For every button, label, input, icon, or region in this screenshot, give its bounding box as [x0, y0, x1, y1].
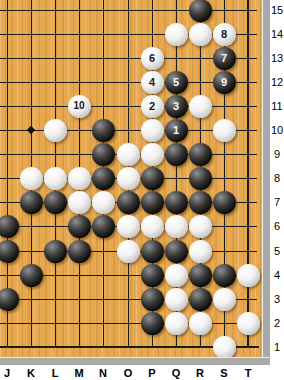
move-number-label: 9 [213, 71, 236, 94]
black-stone[interactable] [189, 143, 212, 166]
black-stone[interactable] [141, 240, 164, 263]
white-stone[interactable] [165, 264, 188, 287]
white-stone[interactable] [92, 191, 115, 214]
black-stone[interactable]: 5 [165, 71, 188, 94]
white-stone[interactable] [117, 240, 140, 263]
white-stone[interactable] [189, 240, 212, 263]
white-stone[interactable] [189, 312, 212, 335]
row-label: 3 [270, 291, 284, 307]
white-stone[interactable] [165, 312, 188, 335]
move-number-label: 8 [213, 23, 236, 46]
move-number-label: 5 [165, 71, 188, 94]
black-stone[interactable] [0, 288, 19, 311]
column-label: R [191, 366, 209, 380]
column-label: N [94, 366, 112, 380]
black-stone[interactable] [0, 215, 19, 238]
black-stone[interactable] [92, 119, 115, 142]
white-stone[interactable] [237, 264, 260, 287]
go-diagram-screen: 86745910231 151413121110987654321 JKLMNO… [0, 0, 284, 380]
column-coordinates: JKLMNOPQRST [0, 365, 284, 380]
black-stone[interactable] [92, 143, 115, 166]
move-number-label: 2 [141, 95, 164, 118]
grid-line-horizontal [0, 323, 257, 324]
row-label: 11 [270, 98, 284, 114]
grid-line-horizontal [0, 10, 257, 11]
black-stone[interactable] [44, 240, 67, 263]
black-stone[interactable]: 7 [213, 47, 236, 70]
black-stone[interactable] [68, 240, 91, 263]
black-stone[interactable] [189, 191, 212, 214]
black-stone[interactable] [165, 191, 188, 214]
white-stone[interactable]: 10 [68, 95, 91, 118]
white-stone[interactable] [141, 119, 164, 142]
black-stone[interactable] [0, 240, 19, 263]
row-label: 9 [270, 146, 284, 162]
white-stone[interactable] [68, 191, 91, 214]
black-stone[interactable] [213, 264, 236, 287]
black-stone[interactable]: 9 [213, 71, 236, 94]
black-stone[interactable] [20, 191, 43, 214]
white-stone[interactable] [165, 288, 188, 311]
separator-bottom [0, 357, 270, 365]
black-stone[interactable] [213, 191, 236, 214]
black-stone[interactable] [189, 264, 212, 287]
column-label: L [46, 366, 64, 380]
move-number-label: 1 [165, 119, 188, 142]
black-stone[interactable] [141, 288, 164, 311]
black-stone[interactable] [92, 167, 115, 190]
row-label: 4 [270, 267, 284, 283]
row-label: 5 [270, 243, 284, 259]
column-label: K [22, 366, 40, 380]
black-stone[interactable]: 1 [165, 119, 188, 142]
column-label: T [239, 366, 257, 380]
white-stone[interactable] [213, 336, 236, 359]
column-label: O [119, 366, 137, 380]
black-stone[interactable] [44, 191, 67, 214]
white-stone[interactable] [213, 288, 236, 311]
black-stone[interactable] [92, 215, 115, 238]
white-stone[interactable]: 4 [141, 71, 164, 94]
column-label: M [70, 366, 88, 380]
white-stone[interactable] [141, 143, 164, 166]
white-stone[interactable] [44, 119, 67, 142]
black-stone[interactable] [189, 288, 212, 311]
row-label: 7 [270, 194, 284, 210]
row-label: 2 [270, 315, 284, 331]
white-stone[interactable]: 2 [141, 95, 164, 118]
column-label: Q [167, 366, 185, 380]
row-coordinates: 151413121110987654321 [270, 0, 284, 380]
black-stone[interactable] [189, 0, 212, 22]
white-stone[interactable] [141, 215, 164, 238]
row-label: 10 [270, 122, 284, 138]
black-stone[interactable] [141, 312, 164, 335]
column-label: J [0, 366, 16, 380]
white-stone[interactable] [117, 167, 140, 190]
row-label: 13 [270, 50, 284, 66]
black-stone[interactable] [20, 264, 43, 287]
column-label: S [215, 366, 233, 380]
row-label: 12 [270, 74, 284, 90]
white-stone[interactable] [189, 215, 212, 238]
white-stone[interactable]: 8 [213, 23, 236, 46]
black-stone[interactable] [68, 215, 91, 238]
black-stone[interactable] [165, 143, 188, 166]
white-stone[interactable] [117, 143, 140, 166]
grid-line-vertical [247, 0, 249, 348]
row-label: 14 [270, 26, 284, 42]
move-number-label: 4 [141, 71, 164, 94]
move-number-label: 3 [165, 95, 188, 118]
black-stone[interactable] [165, 240, 188, 263]
white-stone[interactable]: 6 [141, 47, 164, 70]
go-board[interactable]: 86745910231 [0, 0, 262, 357]
star-point [27, 126, 35, 134]
white-stone[interactable] [189, 95, 212, 118]
white-stone[interactable] [237, 312, 260, 335]
row-label: 6 [270, 218, 284, 234]
white-stone[interactable] [44, 167, 67, 190]
black-stone[interactable] [141, 264, 164, 287]
white-stone[interactable] [68, 167, 91, 190]
black-stone[interactable] [189, 167, 212, 190]
black-stone[interactable]: 3 [165, 95, 188, 118]
separator-right [262, 0, 270, 365]
white-stone[interactable] [117, 215, 140, 238]
move-number-label: 10 [68, 95, 91, 118]
grid-line-horizontal [0, 106, 257, 107]
white-stone[interactable] [165, 215, 188, 238]
white-stone[interactable] [20, 167, 43, 190]
move-number-label: 6 [141, 47, 164, 70]
row-label: 1 [270, 339, 284, 355]
black-stone[interactable] [117, 191, 140, 214]
column-label: P [143, 366, 161, 380]
black-stone[interactable] [141, 167, 164, 190]
white-stone[interactable] [213, 119, 236, 142]
row-label: 8 [270, 170, 284, 186]
white-stone[interactable] [165, 23, 188, 46]
row-label: 15 [270, 2, 284, 18]
black-stone[interactable] [141, 191, 164, 214]
move-number-label: 7 [213, 47, 236, 70]
white-stone[interactable] [189, 23, 212, 46]
